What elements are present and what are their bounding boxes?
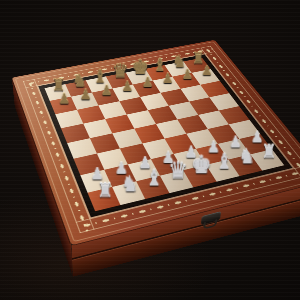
piece-white-queen-d1[interactable]: ♛ bbox=[164, 159, 191, 183]
photo-background: ♜♞♝♛♚♝♞♜♟♟♟♟♟♟♟♟♟♟♟♟♟♟♟♟♜♞♝♛♚♝♞♜ bbox=[0, 0, 300, 300]
chess-set-scene: ♜♞♝♛♚♝♞♜♟♟♟♟♟♟♟♟♟♟♟♟♟♟♟♟♜♞♝♛♚♝♞♜ bbox=[0, 0, 300, 300]
box-clasp-icon bbox=[201, 211, 221, 225]
chess-box: ♜♞♝♛♚♝♞♜♟♟♟♟♟♟♟♟♟♟♟♟♟♟♟♟♜♞♝♛♚♝♞♜ bbox=[12, 40, 300, 245]
piece-white-bishop-c1[interactable]: ♝ bbox=[140, 167, 167, 189]
piece-white-king-e1[interactable]: ♚ bbox=[187, 153, 213, 177]
piece-white-knight-b1[interactable]: ♞ bbox=[116, 174, 143, 195]
piece-white-rook-a1[interactable]: ♜ bbox=[91, 180, 118, 200]
